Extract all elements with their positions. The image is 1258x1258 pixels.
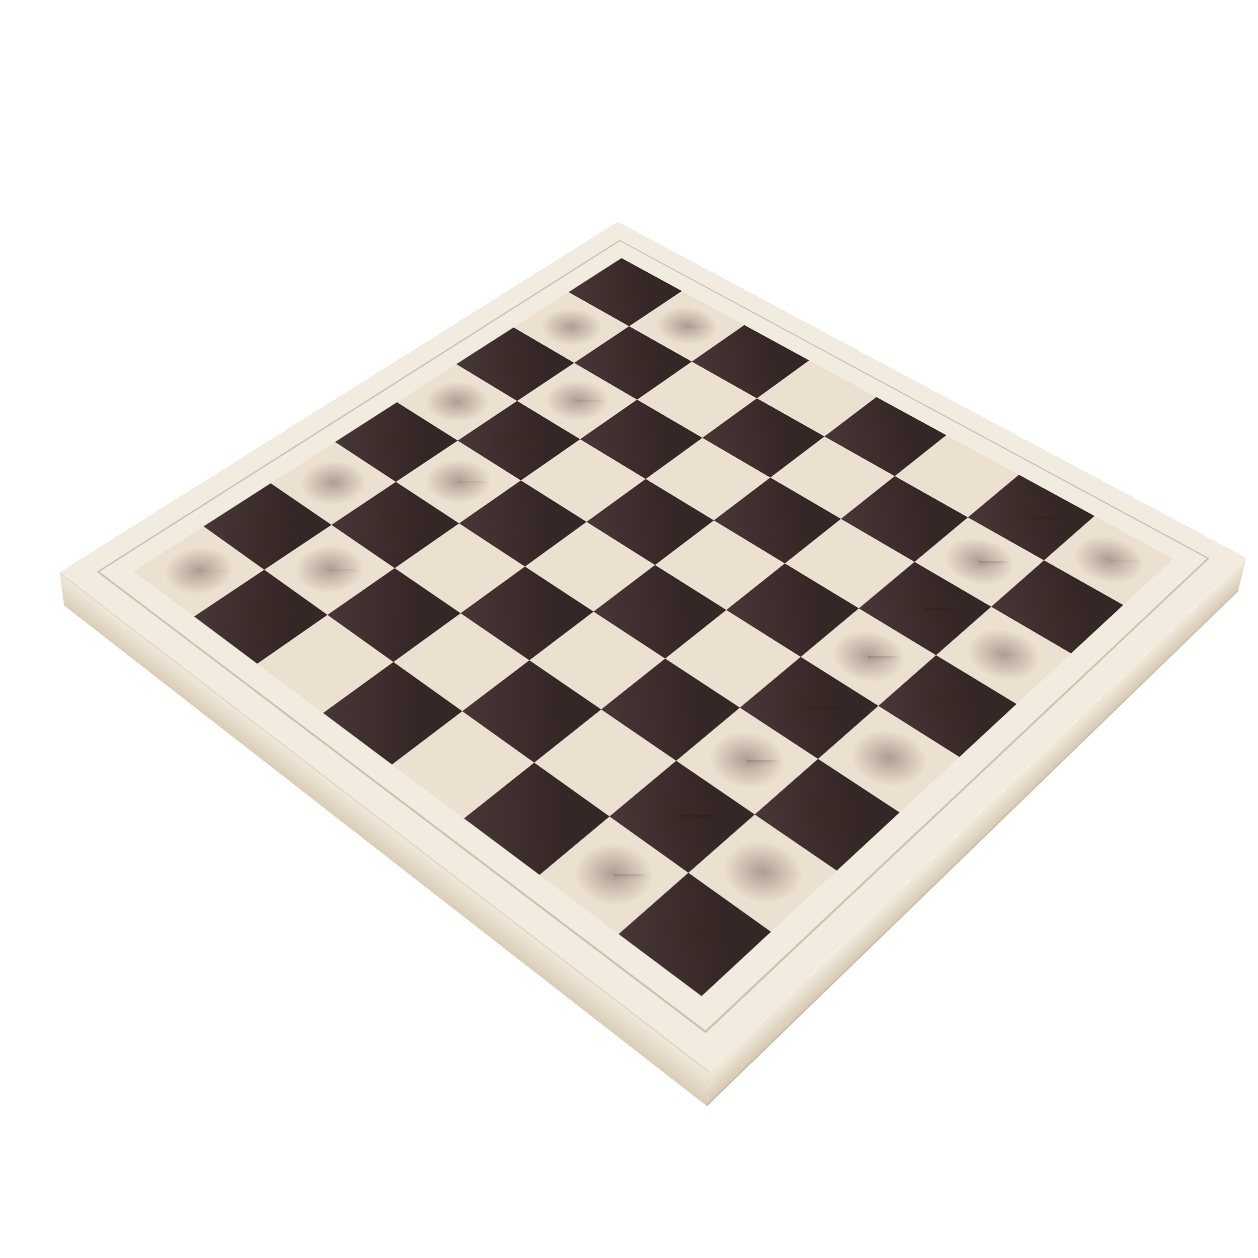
rook-glyph: ♜ xyxy=(589,823,800,945)
product-photo-stage: ♜♞♝♛♚♝♞♜♟♟♟♟♟♟♟♟♟♟♟♟♟♟♟♟♜♞♝♛♚♝♞♜ xyxy=(0,0,1258,1258)
chess-board: ♜♞♝♛♚♝♞♜♟♟♟♟♟♟♟♟♟♟♟♟♟♟♟♟♜♞♝♛♚♝♞♜ xyxy=(60,222,1247,1072)
perspective-scene: ♜♞♝♛♚♝♞♜♟♟♟♟♟♟♟♟♟♟♟♟♟♟♟♟♜♞♝♛♚♝♞♜ xyxy=(0,0,1258,1258)
pawn-glyph: ♟ xyxy=(169,536,353,626)
